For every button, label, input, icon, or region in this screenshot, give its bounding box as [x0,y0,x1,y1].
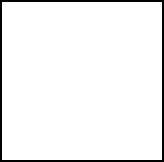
chess-board-frame [0,0,164,162]
chess-board [6,5,158,157]
